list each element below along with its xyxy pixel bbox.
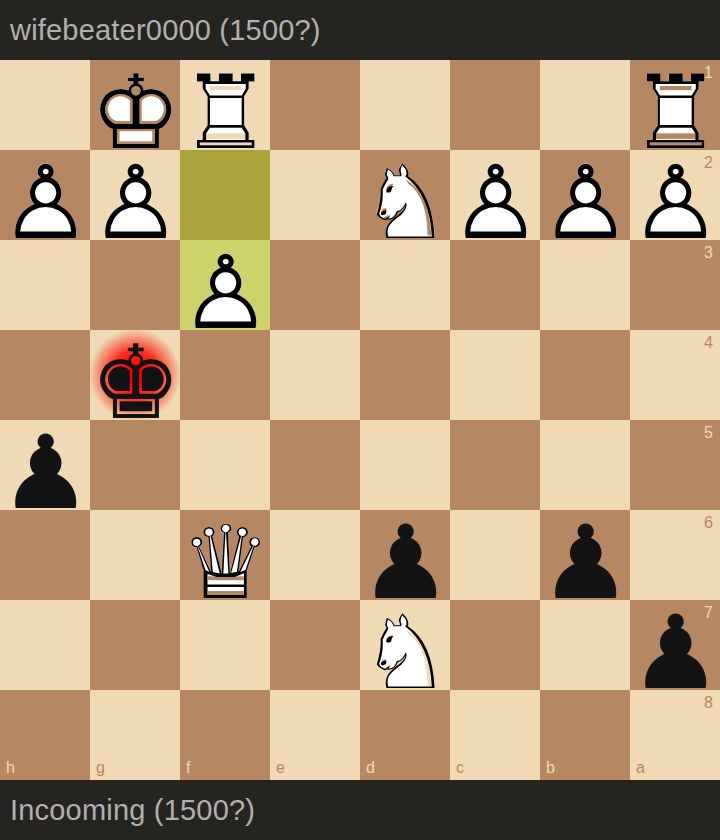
piece-white-pawn: ♙ bbox=[180, 247, 270, 337]
square-b3[interactable] bbox=[540, 240, 630, 330]
piece-white-pawn-fill: ♟ bbox=[540, 157, 630, 247]
square-g6[interactable] bbox=[90, 510, 180, 600]
piece-white-knight-fill: ♞ bbox=[360, 157, 450, 247]
top-player-bar: wifebeater0000 (1500?) bbox=[0, 0, 720, 60]
piece-white-queen-fill: ♛ bbox=[180, 517, 270, 607]
piece-white-pawn: ♙ bbox=[630, 157, 720, 247]
piece-black-pawn: ♟ bbox=[0, 427, 90, 517]
piece-white-king: ♔ bbox=[90, 67, 180, 157]
square-h8[interactable]: h bbox=[0, 690, 90, 780]
piece-white-rook-fill: ♜ bbox=[630, 67, 720, 157]
square-h4[interactable] bbox=[0, 330, 90, 420]
bottom-player-bar: Incooming (1500?) bbox=[0, 780, 720, 840]
square-a7[interactable]: ♟7 bbox=[630, 600, 720, 690]
square-c3[interactable] bbox=[450, 240, 540, 330]
square-e7[interactable] bbox=[270, 600, 360, 690]
piece-black-pawn: ♟ bbox=[360, 517, 450, 607]
square-a2[interactable]: ♟♙2 bbox=[630, 150, 720, 240]
file-label-b: b bbox=[546, 759, 555, 777]
piece-white-knight-fill: ♞ bbox=[360, 607, 450, 697]
square-h3[interactable] bbox=[0, 240, 90, 330]
square-b4[interactable] bbox=[540, 330, 630, 420]
square-f5[interactable] bbox=[180, 420, 270, 510]
piece-black-pawn: ♟ bbox=[630, 607, 720, 697]
square-f1[interactable]: ♜♖ bbox=[180, 60, 270, 150]
square-e2[interactable] bbox=[270, 150, 360, 240]
square-e5[interactable] bbox=[270, 420, 360, 510]
piece-white-pawn-fill: ♟ bbox=[90, 157, 180, 247]
square-g4[interactable]: ♚ bbox=[90, 330, 180, 420]
rank-label-2: 2 bbox=[704, 154, 713, 172]
piece-white-pawn-fill: ♟ bbox=[0, 157, 90, 247]
square-f2[interactable] bbox=[180, 150, 270, 240]
square-d8[interactable]: d bbox=[360, 690, 450, 780]
piece-white-rook: ♖ bbox=[630, 67, 720, 157]
piece-white-knight: ♘ bbox=[360, 157, 450, 247]
square-c1[interactable] bbox=[450, 60, 540, 150]
square-c4[interactable] bbox=[450, 330, 540, 420]
square-c6[interactable] bbox=[450, 510, 540, 600]
square-h1[interactable] bbox=[0, 60, 90, 150]
file-label-h: h bbox=[6, 759, 15, 777]
square-d7[interactable]: ♞♘ bbox=[360, 600, 450, 690]
square-h2[interactable]: ♟♙ bbox=[0, 150, 90, 240]
top-player-name: wifebeater0000 (1500?) bbox=[10, 14, 321, 47]
piece-white-pawn-fill: ♟ bbox=[630, 157, 720, 247]
chess-board: ♚♔♜♖♜♖1♟♙♟♙♞♘♟♙♟♙♟♙2♟♙3♚4♟5♛♕♟♟6♞♘♟7hgfe… bbox=[0, 60, 720, 780]
square-d1[interactable] bbox=[360, 60, 450, 150]
square-e8[interactable]: e bbox=[270, 690, 360, 780]
piece-white-pawn: ♙ bbox=[450, 157, 540, 247]
square-c5[interactable] bbox=[450, 420, 540, 510]
square-e4[interactable] bbox=[270, 330, 360, 420]
rank-label-8: 8 bbox=[704, 694, 713, 712]
file-label-e: e bbox=[276, 759, 285, 777]
square-c2[interactable]: ♟♙ bbox=[450, 150, 540, 240]
square-h6[interactable] bbox=[0, 510, 90, 600]
file-label-d: d bbox=[366, 759, 375, 777]
piece-black-pawn: ♟ bbox=[540, 517, 630, 607]
square-a1[interactable]: ♜♖1 bbox=[630, 60, 720, 150]
square-b6[interactable]: ♟ bbox=[540, 510, 630, 600]
square-c7[interactable] bbox=[450, 600, 540, 690]
piece-white-queen: ♕ bbox=[180, 517, 270, 607]
piece-white-pawn-fill: ♟ bbox=[450, 157, 540, 247]
rank-label-4: 4 bbox=[704, 334, 713, 352]
square-a5[interactable]: 5 bbox=[630, 420, 720, 510]
piece-white-knight: ♘ bbox=[360, 607, 450, 697]
piece-white-rook-fill: ♜ bbox=[180, 67, 270, 157]
square-a3[interactable]: 3 bbox=[630, 240, 720, 330]
rank-label-7: 7 bbox=[704, 604, 713, 622]
piece-white-pawn-fill: ♟ bbox=[180, 247, 270, 337]
square-f6[interactable]: ♛♕ bbox=[180, 510, 270, 600]
square-b1[interactable] bbox=[540, 60, 630, 150]
square-b5[interactable] bbox=[540, 420, 630, 510]
file-label-f: f bbox=[186, 759, 190, 777]
square-g5[interactable] bbox=[90, 420, 180, 510]
square-g2[interactable]: ♟♙ bbox=[90, 150, 180, 240]
piece-white-rook: ♖ bbox=[180, 67, 270, 157]
file-label-c: c bbox=[456, 759, 464, 777]
square-d3[interactable] bbox=[360, 240, 450, 330]
square-e1[interactable] bbox=[270, 60, 360, 150]
piece-white-pawn: ♙ bbox=[90, 157, 180, 247]
square-d4[interactable] bbox=[360, 330, 450, 420]
file-label-g: g bbox=[96, 759, 105, 777]
square-f3[interactable]: ♟♙ bbox=[180, 240, 270, 330]
square-a4[interactable]: 4 bbox=[630, 330, 720, 420]
piece-black-king: ♚ bbox=[90, 337, 180, 427]
square-g1[interactable]: ♚♔ bbox=[90, 60, 180, 150]
square-d5[interactable] bbox=[360, 420, 450, 510]
game-view: wifebeater0000 (1500?) ♚♔♜♖♜♖1♟♙♟♙♞♘♟♙♟♙… bbox=[0, 0, 720, 840]
square-g7[interactable] bbox=[90, 600, 180, 690]
rank-label-1: 1 bbox=[704, 64, 713, 82]
square-e3[interactable] bbox=[270, 240, 360, 330]
square-d2[interactable]: ♞♘ bbox=[360, 150, 450, 240]
square-h5[interactable]: ♟ bbox=[0, 420, 90, 510]
square-d6[interactable]: ♟ bbox=[360, 510, 450, 600]
square-e6[interactable] bbox=[270, 510, 360, 600]
file-label-a: a bbox=[636, 759, 645, 777]
square-c8[interactable]: c bbox=[450, 690, 540, 780]
rank-label-6: 6 bbox=[704, 514, 713, 532]
square-f7[interactable] bbox=[180, 600, 270, 690]
rank-label-3: 3 bbox=[704, 244, 713, 262]
square-g3[interactable] bbox=[90, 240, 180, 330]
bottom-player-name: Incooming (1500?) bbox=[10, 794, 255, 827]
square-g8[interactable]: g bbox=[90, 690, 180, 780]
square-a6[interactable]: 6 bbox=[630, 510, 720, 600]
piece-white-king-fill: ♚ bbox=[90, 67, 180, 157]
square-b7[interactable] bbox=[540, 600, 630, 690]
piece-white-pawn: ♙ bbox=[0, 157, 90, 247]
square-b2[interactable]: ♟♙ bbox=[540, 150, 630, 240]
square-f8[interactable]: f bbox=[180, 690, 270, 780]
rank-label-5: 5 bbox=[704, 424, 713, 442]
piece-white-pawn: ♙ bbox=[540, 157, 630, 247]
square-b8[interactable]: b bbox=[540, 690, 630, 780]
square-a8[interactable]: 8a bbox=[630, 690, 720, 780]
square-h7[interactable] bbox=[0, 600, 90, 690]
square-f4[interactable] bbox=[180, 330, 270, 420]
